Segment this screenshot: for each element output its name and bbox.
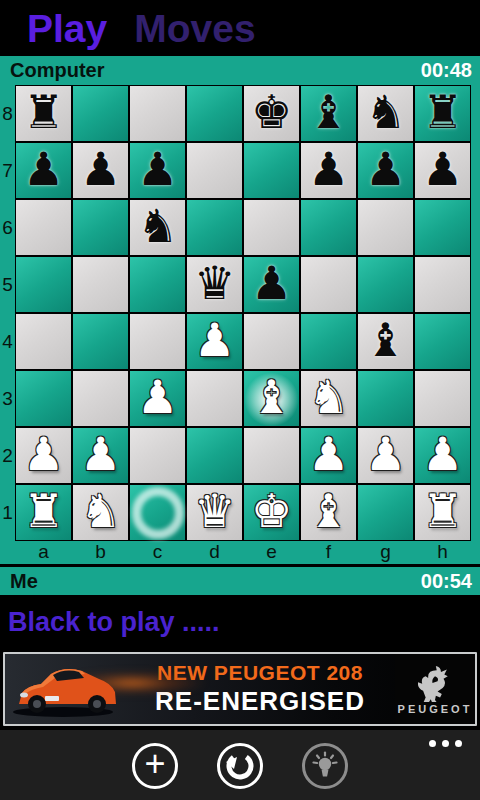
rank-label-2: 2 — [0, 427, 15, 484]
square-b3[interactable] — [72, 370, 129, 427]
black-pawn: ♟ — [308, 146, 349, 192]
tab-moves[interactable]: Moves — [134, 9, 255, 48]
square-h5[interactable] — [414, 256, 471, 313]
white-knight: ♞ — [80, 488, 121, 534]
white-pawn: ♟ — [80, 431, 121, 477]
square-d3[interactable] — [186, 370, 243, 427]
black-pawn: ♟ — [365, 146, 406, 192]
black-bishop: ♝ — [308, 89, 349, 135]
black-queen: ♛ — [194, 260, 235, 306]
peugeot-wordmark: PEUGEOT — [398, 703, 473, 715]
square-e4[interactable] — [243, 313, 300, 370]
me-clock-time: 00:54 — [421, 570, 472, 593]
square-f6[interactable] — [300, 199, 357, 256]
file-label-a: a — [15, 541, 72, 564]
square-e7[interactable] — [243, 142, 300, 199]
square-b5[interactable] — [72, 256, 129, 313]
square-a1[interactable]: ♜ — [15, 484, 72, 541]
black-pawn: ♟ — [23, 146, 64, 192]
square-b4[interactable] — [72, 313, 129, 370]
white-bishop: ♝ — [251, 374, 292, 420]
hint-button[interactable] — [302, 743, 348, 789]
square-g1[interactable] — [357, 484, 414, 541]
square-g6[interactable] — [357, 199, 414, 256]
square-c1[interactable] — [129, 484, 186, 541]
square-b8[interactable] — [72, 85, 129, 142]
square-f5[interactable] — [300, 256, 357, 313]
white-queen: ♛ — [194, 488, 235, 534]
white-pawn: ♟ — [308, 431, 349, 477]
square-g4[interactable]: ♝ — [357, 313, 414, 370]
more-menu-button[interactable] — [429, 740, 462, 747]
tab-play[interactable]: Play — [27, 9, 107, 48]
square-h2[interactable]: ♟ — [414, 427, 471, 484]
square-e5[interactable]: ♟ — [243, 256, 300, 313]
square-h7[interactable]: ♟ — [414, 142, 471, 199]
square-d2[interactable] — [186, 427, 243, 484]
ellipsis-dot — [442, 740, 449, 747]
white-pawn: ♟ — [194, 317, 235, 363]
white-bishop: ♝ — [308, 488, 349, 534]
peugeot-lion-icon — [418, 664, 452, 702]
square-a8[interactable]: ♜ — [15, 85, 72, 142]
file-label-c: c — [129, 541, 186, 564]
file-label-d: d — [186, 541, 243, 564]
chess-board: 8♜♚♝♞♜7♟♟♟♟♟♟6♞5♛♟4♟♝3♟♝♞2♟♟♟♟♟1♜♞♛♚♝♜ — [0, 85, 480, 541]
square-a6[interactable] — [15, 199, 72, 256]
square-b6[interactable] — [72, 199, 129, 256]
square-f4[interactable] — [300, 313, 357, 370]
undo-icon — [224, 750, 256, 782]
square-h3[interactable] — [414, 370, 471, 427]
black-pawn: ♟ — [80, 146, 121, 192]
rank-label-3: 3 — [0, 370, 15, 427]
peugeot-car-image — [5, 654, 127, 724]
square-c4[interactable] — [129, 313, 186, 370]
square-e8[interactable]: ♚ — [243, 85, 300, 142]
board-area: 8♜♚♝♞♜7♟♟♟♟♟♟6♞5♛♟4♟♝3♟♝♞2♟♟♟♟♟1♜♞♛♚♝♜ — [0, 85, 480, 541]
square-d4[interactable]: ♟ — [186, 313, 243, 370]
square-d5[interactable]: ♛ — [186, 256, 243, 313]
peugeot-logo-panel: PEUGEOT — [395, 654, 475, 724]
me-clock-bar: Me 00:54 — [0, 567, 480, 595]
square-g3[interactable] — [357, 370, 414, 427]
black-pawn: ♟ — [251, 260, 292, 306]
square-e6[interactable] — [243, 199, 300, 256]
plus-icon: + — [144, 746, 165, 782]
computer-clock-time: 00:48 — [421, 59, 472, 82]
square-a4[interactable] — [15, 313, 72, 370]
file-label-b: b — [72, 541, 129, 564]
last-move-from-ring — [132, 487, 184, 539]
ellipsis-dot — [455, 740, 462, 747]
square-a3[interactable] — [15, 370, 72, 427]
rank-label-5: 5 — [0, 256, 15, 313]
square-e1[interactable]: ♚ — [243, 484, 300, 541]
square-c5[interactable] — [129, 256, 186, 313]
turn-status-text: Black to play ..... — [8, 607, 220, 638]
square-g5[interactable] — [357, 256, 414, 313]
rank-label-1: 1 — [0, 484, 15, 541]
file-label-e: e — [243, 541, 300, 564]
file-label-f: f — [300, 541, 357, 564]
square-a5[interactable] — [15, 256, 72, 313]
square-h6[interactable] — [414, 199, 471, 256]
square-g2[interactable]: ♟ — [357, 427, 414, 484]
square-a7[interactable]: ♟ — [15, 142, 72, 199]
white-pawn: ♟ — [23, 431, 64, 477]
square-b2[interactable]: ♟ — [72, 427, 129, 484]
black-rook: ♜ — [23, 89, 64, 135]
black-rook: ♜ — [422, 89, 463, 135]
new-game-button[interactable]: + — [132, 743, 178, 789]
square-d6[interactable] — [186, 199, 243, 256]
white-rook: ♜ — [23, 488, 64, 534]
file-label-g: g — [357, 541, 414, 564]
square-c8[interactable] — [129, 85, 186, 142]
white-king: ♚ — [251, 488, 292, 534]
square-f7[interactable]: ♟ — [300, 142, 357, 199]
square-f2[interactable]: ♟ — [300, 427, 357, 484]
square-d8[interactable] — [186, 85, 243, 142]
square-h8[interactable]: ♜ — [414, 85, 471, 142]
file-label-h: h — [414, 541, 471, 564]
square-b7[interactable]: ♟ — [72, 142, 129, 199]
square-e3[interactable]: ♝ — [243, 370, 300, 427]
square-d7[interactable] — [186, 142, 243, 199]
me-player-name: Me — [10, 570, 38, 593]
rank-label-4: 4 — [0, 313, 15, 370]
app-bar: + — [0, 730, 480, 800]
square-c7[interactable]: ♟ — [129, 142, 186, 199]
black-knight: ♞ — [365, 89, 406, 135]
white-pawn: ♟ — [422, 431, 463, 477]
square-c6[interactable]: ♞ — [129, 199, 186, 256]
black-knight: ♞ — [137, 203, 178, 249]
square-b1[interactable]: ♞ — [72, 484, 129, 541]
pivot-header: Play Moves — [0, 0, 480, 56]
square-c3[interactable]: ♟ — [129, 370, 186, 427]
undo-button[interactable] — [217, 743, 263, 789]
app-bar-buttons: + — [0, 730, 480, 789]
square-e2[interactable] — [243, 427, 300, 484]
ad-banner[interactable]: NEW PEUGEOT 208 RE-ENERGISED PEUGEOT — [3, 652, 477, 726]
square-h4[interactable] — [414, 313, 471, 370]
file-labels: abcdefgh — [0, 541, 480, 564]
ellipsis-dot — [429, 740, 436, 747]
computer-clock-bar: Computer 00:48 — [0, 56, 480, 85]
square-h1[interactable]: ♜ — [414, 484, 471, 541]
square-c2[interactable] — [129, 427, 186, 484]
black-king: ♚ — [251, 89, 292, 135]
status-bar: Black to play ..... — [0, 595, 480, 650]
square-f1[interactable]: ♝ — [300, 484, 357, 541]
square-f8[interactable]: ♝ — [300, 85, 357, 142]
lightbulb-icon — [310, 751, 340, 781]
rank-label-8: 8 — [0, 85, 15, 142]
white-rook: ♜ — [422, 488, 463, 534]
black-bishop: ♝ — [365, 317, 406, 363]
white-pawn: ♟ — [137, 374, 178, 420]
square-g8[interactable]: ♞ — [357, 85, 414, 142]
black-pawn: ♟ — [137, 146, 178, 192]
white-pawn: ♟ — [365, 431, 406, 477]
rank-label-6: 6 — [0, 199, 15, 256]
square-d1[interactable]: ♛ — [186, 484, 243, 541]
rank-label-7: 7 — [0, 142, 15, 199]
computer-player-name: Computer — [10, 59, 104, 82]
square-f3[interactable]: ♞ — [300, 370, 357, 427]
white-knight: ♞ — [308, 374, 349, 420]
square-g7[interactable]: ♟ — [357, 142, 414, 199]
square-a2[interactable]: ♟ — [15, 427, 72, 484]
black-pawn: ♟ — [422, 146, 463, 192]
